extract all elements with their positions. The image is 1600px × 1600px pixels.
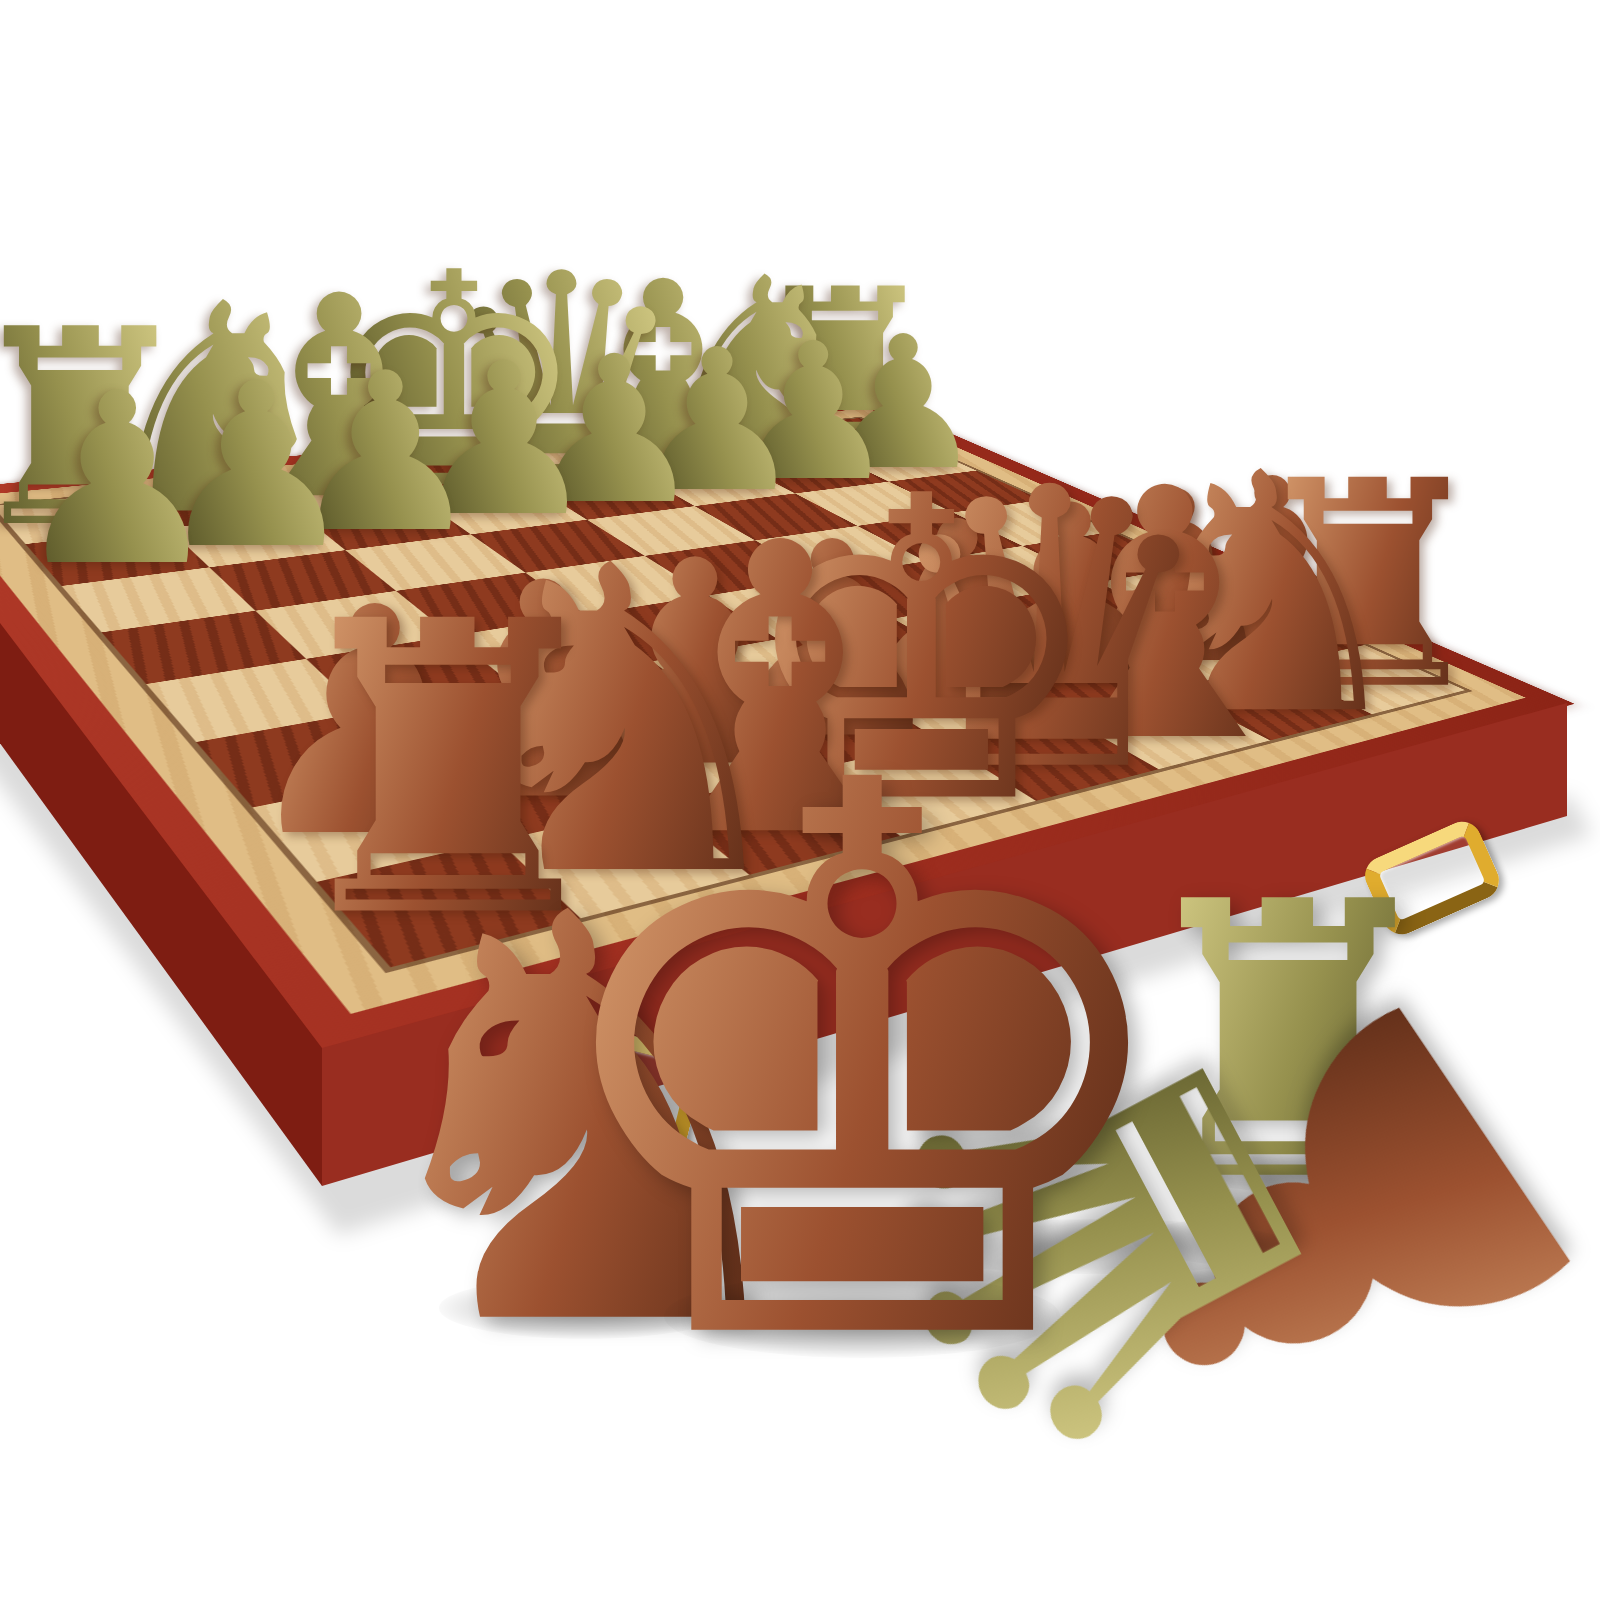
piece-brass-pawn[interactable]: ♟ (11, 361, 223, 598)
piece-copper-king[interactable]: ♚ (521, 687, 1202, 1447)
product-photo-scene: ♜♞♝♛♚♝♞♜♟♟♟♟♟♟♟♟♟♟♟♟♟♟♟♟♜♞♝♛♚♝♞♜♞♚♛♜♟ (0, 0, 1600, 1600)
